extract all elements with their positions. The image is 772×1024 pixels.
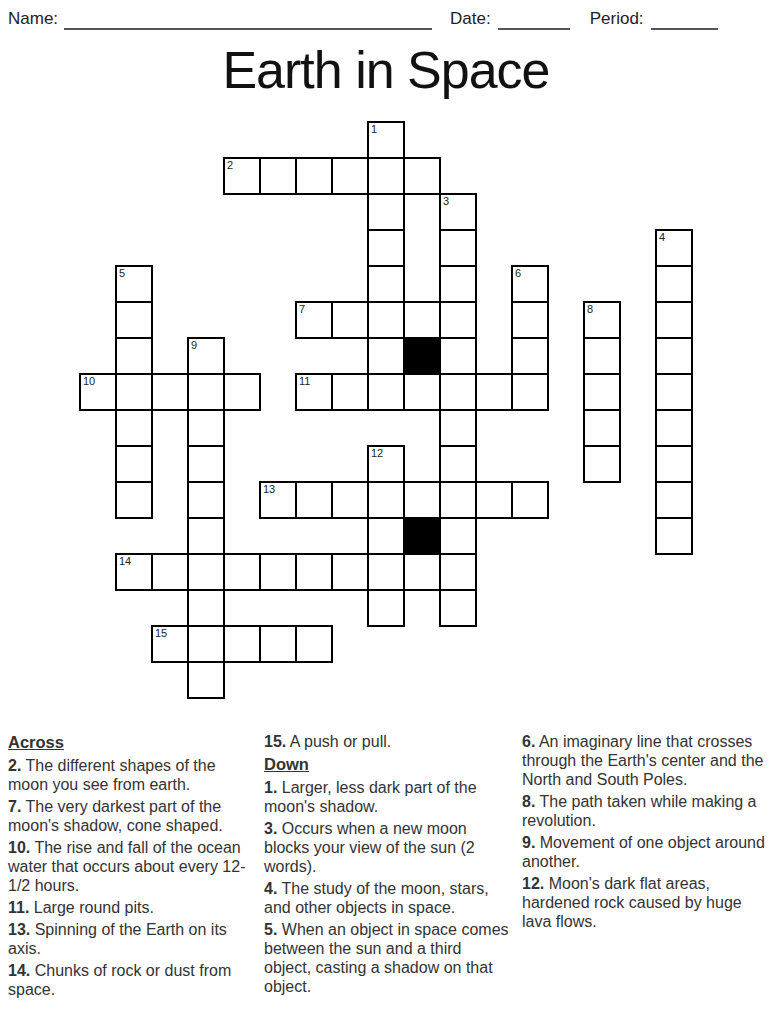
black-cell-r6-c9 — [403, 337, 441, 375]
cell-number-11: 11 — [299, 376, 310, 387]
cell-number-15: 15 — [155, 628, 167, 639]
grid-cell-r11-c16[interactable] — [655, 517, 693, 555]
grid-cell-r7-c11[interactable] — [475, 373, 513, 411]
puzzle-title: Earth in Space — [0, 38, 772, 103]
grid-cell-r8-c1[interactable] — [115, 409, 153, 447]
grid-cell-r7-c7[interactable] — [331, 373, 369, 411]
clue-across-7: 7. The very darkest part of the moon's s… — [8, 797, 254, 835]
grid-cell-r8-c14[interactable] — [583, 409, 621, 447]
grid-cell-r4-c8[interactable] — [367, 265, 405, 303]
grid-cell-r6-c10[interactable] — [439, 337, 477, 375]
grid-cell-r1-c4[interactable]: 2 — [223, 157, 261, 195]
period-label: Period: — [590, 8, 644, 30]
clue-across-15: 15. A push or pull. — [264, 732, 512, 751]
grid-cell-r3-c8[interactable] — [367, 229, 405, 267]
grid-cell-r7-c2[interactable] — [151, 373, 189, 411]
grid-cell-r12-c8[interactable] — [367, 553, 405, 591]
cell-number-5: 5 — [119, 268, 125, 279]
clue-number: 15. — [264, 733, 286, 750]
grid-cell-r6-c3[interactable]: 9 — [187, 337, 225, 375]
clue-column-1: Across2. The different shapes of the moo… — [8, 732, 254, 1002]
grid-cell-r1-c9[interactable] — [403, 157, 441, 195]
grid-cell-r12-c6[interactable] — [295, 553, 333, 591]
grid-cell-r10-c6[interactable] — [295, 481, 333, 519]
grid-cell-r7-c4[interactable] — [223, 373, 261, 411]
grid-cell-r7-c1[interactable] — [115, 373, 153, 411]
grid-cell-r13-c3[interactable] — [187, 589, 225, 627]
cell-number-7: 7 — [299, 304, 305, 315]
cell-number-4: 4 — [659, 232, 665, 243]
clue-down-6: 6. An imaginary line that crosses throug… — [522, 732, 768, 789]
grid-cell-r10-c12[interactable] — [511, 481, 549, 519]
clue-down-9: 9. Movement of one object around another… — [522, 833, 768, 871]
clue-number: 5. — [264, 921, 277, 938]
grid-cell-r0-c8[interactable]: 1 — [367, 121, 405, 159]
clue-across-10: 10. The rise and fall of the ocean water… — [8, 838, 254, 895]
grid-cell-r7-c6[interactable]: 11 — [295, 373, 333, 411]
grid-cell-r2-c8[interactable] — [367, 193, 405, 231]
grid-cell-r7-c9[interactable] — [403, 373, 441, 411]
grid-cell-r8-c16[interactable] — [655, 409, 693, 447]
grid-cell-r15-c3[interactable] — [187, 661, 225, 699]
grid-cell-r10-c16[interactable] — [655, 481, 693, 519]
grid-cell-r13-c8[interactable] — [367, 589, 405, 627]
grid-cell-r10-c7[interactable] — [331, 481, 369, 519]
grid-cell-r14-c2[interactable]: 15 — [151, 625, 189, 663]
grid-cell-r6-c12[interactable] — [511, 337, 549, 375]
grid-cell-r9-c3[interactable] — [187, 445, 225, 483]
grid-cell-r14-c6[interactable] — [295, 625, 333, 663]
grid-cell-r6-c14[interactable] — [583, 337, 621, 375]
grid-cell-r10-c1[interactable] — [115, 481, 153, 519]
grid-cell-r1-c5[interactable] — [259, 157, 297, 195]
clue-number: 12. — [522, 875, 544, 892]
clue-number: 7. — [8, 798, 21, 815]
grid-cell-r4-c1[interactable]: 5 — [115, 265, 153, 303]
grid-cell-r3-c10[interactable] — [439, 229, 477, 267]
clue-across-11: 11. Large round pits. — [8, 898, 254, 917]
grid-cell-r14-c3[interactable] — [187, 625, 225, 663]
grid-cell-r11-c10[interactable] — [439, 517, 477, 555]
name-blank-line[interactable] — [64, 10, 432, 30]
cell-number-12: 12 — [371, 448, 383, 459]
grid-cell-r14-c4[interactable] — [223, 625, 261, 663]
clue-number: 3. — [264, 820, 277, 837]
cell-number-10: 10 — [83, 376, 95, 387]
grid-cell-r7-c16[interactable] — [655, 373, 693, 411]
grid-cell-r1-c8[interactable] — [367, 157, 405, 195]
grid-cell-r9-c8[interactable]: 12 — [367, 445, 405, 483]
grid-cell-r12-c2[interactable] — [151, 553, 189, 591]
clue-number: 1. — [264, 779, 277, 796]
clue-number: 14. — [8, 962, 30, 979]
grid-cell-r6-c1[interactable] — [115, 337, 153, 375]
grid-cell-r12-c9[interactable] — [403, 553, 441, 591]
grid-cell-r7-c14[interactable] — [583, 373, 621, 411]
grid-cell-r12-c5[interactable] — [259, 553, 297, 591]
cell-number-1: 1 — [371, 124, 377, 135]
cell-number-13: 13 — [263, 484, 275, 495]
grid-cell-r5-c1[interactable] — [115, 301, 153, 339]
clue-number: 8. — [522, 793, 535, 810]
grid-cell-r4-c10[interactable] — [439, 265, 477, 303]
grid-cell-r5-c9[interactable] — [403, 301, 441, 339]
cell-number-6: 6 — [515, 268, 521, 279]
grid-cell-r10-c9[interactable] — [403, 481, 441, 519]
clue-column-2: 15. A push or pull.Down1. Larger, less d… — [264, 732, 512, 1002]
grid-cell-r12-c1[interactable]: 14 — [115, 553, 153, 591]
grid-cell-r9-c1[interactable] — [115, 445, 153, 483]
grid-cell-r5-c10[interactable] — [439, 301, 477, 339]
clue-number: 11. — [8, 899, 29, 916]
grid-cell-r7-c10[interactable] — [439, 373, 477, 411]
cell-number-8: 8 — [587, 304, 593, 315]
clue-number: 4. — [264, 880, 277, 897]
grid-cell-r4-c16[interactable] — [655, 265, 693, 303]
grid-cell-r8-c10[interactable] — [439, 409, 477, 447]
clue-column-3: 6. An imaginary line that crosses throug… — [522, 732, 768, 1002]
clue-number: 13. — [8, 921, 30, 938]
grid-cell-r11-c8[interactable] — [367, 517, 405, 555]
clue-across-2: 2. The different shapes of the moon you … — [8, 756, 254, 794]
worksheet-header: Name: Date: Period: — [8, 8, 766, 30]
black-cell-r11-c9 — [403, 517, 441, 555]
grid-cell-r5-c16[interactable] — [655, 301, 693, 339]
grid-cell-r6-c8[interactable] — [367, 337, 405, 375]
grid-cell-r5-c7[interactable] — [331, 301, 369, 339]
grid-cell-r10-c8[interactable] — [367, 481, 405, 519]
grid-cell-r7-c0[interactable]: 10 — [79, 373, 117, 411]
down-heading: Down — [264, 754, 512, 774]
clue-number: 6. — [522, 733, 535, 750]
cell-number-14: 14 — [119, 556, 131, 567]
grid-cell-r7-c8[interactable] — [367, 373, 405, 411]
grid-cell-r9-c10[interactable] — [439, 445, 477, 483]
grid-cell-r8-c3[interactable] — [187, 409, 225, 447]
grid-cell-r2-c10[interactable]: 3 — [439, 193, 477, 231]
clue-down-12: 12. Moon's dark flat areas, hardened roc… — [522, 874, 768, 931]
clue-number: 10. — [8, 839, 30, 856]
grid-cell-r10-c5[interactable]: 13 — [259, 481, 297, 519]
date-label: Date: — [450, 8, 491, 30]
date-blank-line[interactable] — [498, 10, 570, 30]
clue-down-3: 3. Occurs when a new moon blocks your vi… — [264, 819, 512, 876]
grid-cell-r1-c7[interactable] — [331, 157, 369, 195]
name-label: Name: — [8, 8, 58, 30]
clue-number: 9. — [522, 834, 535, 851]
cell-number-3: 3 — [443, 196, 449, 207]
grid-cell-r13-c10[interactable] — [439, 589, 477, 627]
period-blank-line[interactable] — [651, 10, 718, 30]
grid-cell-r12-c3[interactable] — [187, 553, 225, 591]
grid-cell-r10-c10[interactable] — [439, 481, 477, 519]
grid-cell-r5-c14[interactable]: 8 — [583, 301, 621, 339]
grid-cell-r12-c7[interactable] — [331, 553, 369, 591]
clue-number: 2. — [8, 757, 21, 774]
clue-down-1: 1. Larger, less dark part of the moon's … — [264, 778, 512, 816]
grid-cell-r12-c4[interactable] — [223, 553, 261, 591]
grid-cell-r11-c3[interactable] — [187, 517, 225, 555]
grid-cell-r10-c11[interactable] — [475, 481, 513, 519]
grid-cell-r9-c16[interactable] — [655, 445, 693, 483]
clues-section: Across2. The different shapes of the moo… — [8, 732, 768, 1002]
clue-across-13: 13. Spinning of the Earth on its axis. — [8, 920, 254, 958]
grid-cell-r3-c16[interactable]: 4 — [655, 229, 693, 267]
clue-down-4: 4. The study of the moon, stars, and oth… — [264, 879, 512, 917]
cell-number-2: 2 — [227, 160, 233, 171]
grid-cell-r9-c14[interactable] — [583, 445, 621, 483]
crossword-grid: 123456789101112131415 — [79, 121, 693, 699]
grid-cell-r5-c8[interactable] — [367, 301, 405, 339]
clue-down-5: 5. When an object in space comes between… — [264, 920, 512, 996]
grid-cell-r12-c10[interactable] — [439, 553, 477, 591]
grid-cell-r5-c12[interactable] — [511, 301, 549, 339]
grid-cell-r10-c3[interactable] — [187, 481, 225, 519]
across-heading: Across — [8, 732, 254, 752]
clue-down-8: 8. The path taken while making a revolut… — [522, 792, 768, 830]
cell-number-9: 9 — [191, 340, 197, 351]
grid-cell-r4-c12[interactable]: 6 — [511, 265, 549, 303]
grid-cell-r5-c6[interactable]: 7 — [295, 301, 333, 339]
grid-cell-r7-c12[interactable] — [511, 373, 549, 411]
grid-cell-r14-c5[interactable] — [259, 625, 297, 663]
clue-across-14: 14. Chunks of rock or dust from space. — [8, 961, 254, 999]
grid-cell-r6-c16[interactable] — [655, 337, 693, 375]
grid-cell-r7-c3[interactable] — [187, 373, 225, 411]
grid-cell-r1-c6[interactable] — [295, 157, 333, 195]
